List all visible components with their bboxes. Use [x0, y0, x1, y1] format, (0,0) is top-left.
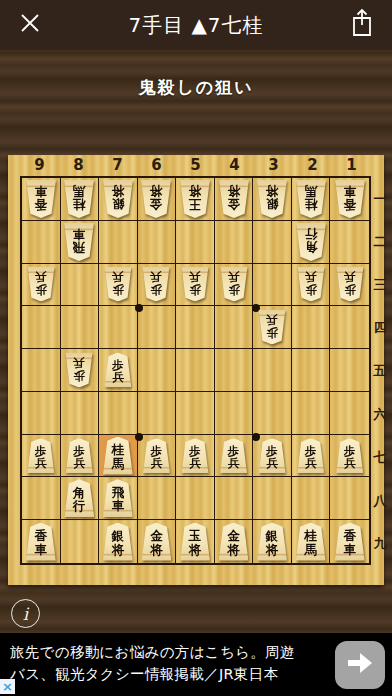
piece-桂馬-81: 桂馬	[64, 180, 95, 218]
square-52	[176, 221, 215, 264]
square-23: 歩兵	[292, 264, 331, 307]
square-65	[138, 349, 177, 392]
piece-kanji: 角行	[72, 486, 87, 513]
rank-label: 五	[373, 362, 387, 380]
square-17: 歩兵	[330, 435, 369, 478]
piece-kanji: 桂馬	[72, 184, 87, 211]
share-icon	[349, 8, 375, 42]
piece-桂馬-29: 桂馬	[295, 523, 326, 561]
square-75: 歩兵	[99, 349, 138, 392]
piece-歩兵-57: 歩兵	[181, 438, 209, 473]
square-39: 銀将	[253, 520, 292, 563]
piece-kanji: 歩兵	[342, 271, 357, 296]
file-label: 8	[59, 155, 98, 176]
rank-label: 三	[373, 276, 387, 294]
square-94	[22, 306, 61, 349]
rank-label: 四	[373, 319, 387, 337]
piece-玉将-59: 玉将	[179, 523, 210, 561]
shogi-grid: 香車桂馬銀将金将王将金将銀将桂馬香車飛車角行歩兵歩兵歩兵歩兵歩兵歩兵歩兵歩兵歩兵…	[20, 176, 371, 565]
square-97: 歩兵	[22, 435, 61, 478]
piece-kanji: 歩兵	[110, 271, 125, 296]
piece-銀将-79: 銀将	[102, 523, 133, 561]
piece-kanji: 香車	[342, 184, 357, 211]
square-57: 歩兵	[176, 435, 215, 478]
piece-kanji: 玉将	[187, 529, 202, 556]
rank-label: 八	[373, 492, 387, 510]
square-45	[215, 349, 254, 392]
square-58	[176, 477, 215, 520]
square-96	[22, 392, 61, 435]
piece-kanji: 歩兵	[265, 314, 280, 339]
piece-歩兵-73: 歩兵	[104, 267, 132, 302]
square-69: 金将	[138, 520, 177, 563]
square-83	[61, 264, 100, 307]
position-caption: 鬼殺しの狙い	[0, 76, 392, 99]
piece-桂馬-21: 桂馬	[295, 180, 326, 218]
piece-歩兵-85: 歩兵	[65, 352, 93, 387]
square-11: 香車	[330, 178, 369, 221]
piece-香車-91: 香車	[25, 180, 56, 218]
piece-kanji: 歩兵	[72, 356, 87, 381]
piece-銀将-71: 銀将	[102, 180, 133, 218]
piece-kanji: 歩兵	[226, 271, 241, 296]
piece-歩兵-43: 歩兵	[220, 267, 248, 302]
square-42	[215, 221, 254, 264]
piece-飛車-78: 飛車	[102, 479, 133, 517]
square-33	[253, 264, 292, 307]
square-27: 歩兵	[292, 435, 331, 478]
piece-歩兵-67: 歩兵	[142, 438, 170, 473]
header-bar: 7手目 ▲7七桂	[0, 0, 392, 50]
rank-label: 九	[373, 535, 387, 553]
piece-歩兵-34: 歩兵	[258, 310, 286, 345]
close-icon	[18, 11, 42, 39]
piece-kanji: 香車	[33, 529, 48, 556]
square-87: 歩兵	[61, 435, 100, 478]
piece-歩兵-27: 歩兵	[297, 438, 325, 473]
square-53: 歩兵	[176, 264, 215, 307]
file-label: 9	[20, 155, 59, 176]
piece-kanji: 金将	[149, 529, 164, 556]
square-38	[253, 477, 292, 520]
square-72	[99, 221, 138, 264]
file-coordinates: 987654321	[20, 155, 371, 176]
piece-歩兵-37: 歩兵	[258, 438, 286, 473]
file-label: 6	[137, 155, 176, 176]
piece-kanji: 飛車	[72, 227, 87, 254]
piece-kanji: 角行	[303, 227, 318, 254]
piece-kanji: 歩兵	[303, 444, 318, 469]
file-label: 4	[215, 155, 254, 176]
star-point	[135, 304, 143, 312]
square-91: 香車	[22, 178, 61, 221]
piece-金将-41: 金将	[218, 180, 249, 218]
square-51: 王将	[176, 178, 215, 221]
piece-角行-22: 角行	[295, 223, 326, 261]
piece-kanji: 香車	[33, 184, 48, 211]
square-92	[22, 221, 61, 264]
piece-kanji: 銀将	[110, 184, 125, 211]
square-31: 銀将	[253, 178, 292, 221]
square-12	[330, 221, 369, 264]
square-79: 銀将	[99, 520, 138, 563]
square-48	[215, 477, 254, 520]
piece-香車-19: 香車	[334, 523, 365, 561]
rank-label: 二	[373, 233, 387, 251]
piece-歩兵-23: 歩兵	[297, 267, 325, 302]
piece-kanji: 金将	[226, 184, 241, 211]
piece-kanji: 歩兵	[110, 358, 125, 383]
square-49: 金将	[215, 520, 254, 563]
square-64	[138, 306, 177, 349]
piece-金将-49: 金将	[218, 523, 249, 561]
piece-kanji: 香車	[342, 529, 357, 556]
piece-kanji: 歩兵	[33, 271, 48, 296]
square-26	[292, 392, 331, 435]
ad-banner[interactable]: 旅先での移動にお悩みの方はこちら。周遊 バス、観光タクシー情報掲載／JR東日本 …	[0, 633, 392, 696]
square-61: 金将	[138, 178, 177, 221]
piece-金将-61: 金将	[141, 180, 172, 218]
piece-kanji: 金将	[149, 184, 164, 211]
square-41: 金将	[215, 178, 254, 221]
piece-kanji: 銀将	[265, 184, 280, 211]
piece-香車-99: 香車	[25, 523, 56, 561]
square-89	[61, 520, 100, 563]
square-14	[330, 306, 369, 349]
square-68	[138, 477, 177, 520]
square-85: 歩兵	[61, 349, 100, 392]
piece-角行-88: 角行	[64, 479, 95, 517]
square-24	[292, 306, 331, 349]
square-36	[253, 392, 292, 435]
piece-kanji: 飛車	[110, 486, 125, 513]
square-32	[253, 221, 292, 264]
arrow-right-icon	[346, 651, 374, 679]
piece-歩兵-13: 歩兵	[336, 267, 364, 302]
square-29: 桂馬	[292, 520, 331, 563]
square-71: 銀将	[99, 178, 138, 221]
square-13: 歩兵	[330, 264, 369, 307]
ad-text-line1: 旅先での移動にお悩みの方はこちら。周遊	[10, 644, 295, 660]
square-63: 歩兵	[138, 264, 177, 307]
square-77: 桂馬	[99, 435, 138, 478]
square-22: 角行	[292, 221, 331, 264]
piece-kanji: 歩兵	[187, 444, 202, 469]
square-82: 飛車	[61, 221, 100, 264]
file-label: 1	[332, 155, 371, 176]
file-label: 7	[98, 155, 137, 176]
piece-桂馬-77: 桂馬	[102, 437, 133, 475]
piece-kanji: 歩兵	[303, 271, 318, 296]
piece-銀将-39: 銀将	[257, 523, 288, 561]
piece-kanji: 歩兵	[342, 444, 357, 469]
piece-歩兵-93: 歩兵	[27, 267, 55, 302]
piece-銀将-31: 銀将	[257, 180, 288, 218]
square-81: 桂馬	[61, 178, 100, 221]
square-74	[99, 306, 138, 349]
piece-香車-11: 香車	[334, 180, 365, 218]
piece-kanji: 銀将	[110, 529, 125, 556]
square-99: 香車	[22, 520, 61, 563]
square-37: 歩兵	[253, 435, 292, 478]
piece-kanji: 歩兵	[72, 444, 87, 469]
square-54	[176, 306, 215, 349]
file-label: 3	[254, 155, 293, 176]
piece-歩兵-97: 歩兵	[27, 438, 55, 473]
ad-arrow-button[interactable]	[335, 641, 385, 689]
square-62	[138, 221, 177, 264]
square-86	[61, 392, 100, 435]
square-67: 歩兵	[138, 435, 177, 478]
square-78: 飛車	[99, 477, 138, 520]
piece-王将-51: 王将	[179, 180, 210, 218]
square-44	[215, 306, 254, 349]
info-button[interactable]: i	[11, 599, 40, 628]
square-93: 歩兵	[22, 264, 61, 307]
file-label: 5	[176, 155, 215, 176]
rank-label: 一	[373, 190, 387, 208]
piece-飛車-82: 飛車	[64, 223, 95, 261]
square-21: 桂馬	[292, 178, 331, 221]
piece-歩兵-63: 歩兵	[142, 267, 170, 302]
rank-label: 七	[373, 449, 387, 467]
rank-label: 六	[373, 406, 387, 424]
square-84	[61, 306, 100, 349]
ad-text-line2: バス、観光タクシー情報掲載／JR東日本	[10, 666, 278, 682]
close-button[interactable]	[0, 0, 60, 50]
piece-金将-69: 金将	[141, 523, 172, 561]
piece-kanji: 金将	[226, 529, 241, 556]
file-label: 2	[293, 155, 332, 176]
square-28	[292, 477, 331, 520]
square-66	[138, 392, 177, 435]
piece-歩兵-17: 歩兵	[336, 438, 364, 473]
piece-kanji: 歩兵	[149, 271, 164, 296]
piece-kanji: 歩兵	[33, 444, 48, 469]
app-screen: 7手目 ▲7七桂 鬼殺しの狙い 987654321 香車桂馬銀将金将王将金将銀将…	[0, 0, 392, 696]
square-47: 歩兵	[215, 435, 254, 478]
piece-kanji: 王将	[187, 184, 202, 211]
piece-歩兵-47: 歩兵	[220, 438, 248, 473]
square-35	[253, 349, 292, 392]
square-73: 歩兵	[99, 264, 138, 307]
square-19: 香車	[330, 520, 369, 563]
piece-kanji: 歩兵	[187, 271, 202, 296]
ad-text: 旅先での移動にお悩みの方はこちら。周遊 バス、観光タクシー情報掲載／JR東日本	[10, 641, 330, 685]
square-95	[22, 349, 61, 392]
square-98	[22, 477, 61, 520]
square-88: 角行	[61, 477, 100, 520]
square-34: 歩兵	[253, 306, 292, 349]
piece-kanji: 歩兵	[149, 444, 164, 469]
piece-kanji: 桂馬	[303, 184, 318, 211]
square-43: 歩兵	[215, 264, 254, 307]
ad-close-button[interactable]: ×	[0, 679, 15, 694]
piece-kanji: 銀将	[265, 529, 280, 556]
share-button[interactable]	[332, 0, 392, 50]
square-56	[176, 392, 215, 435]
piece-歩兵-53: 歩兵	[181, 267, 209, 302]
shogi-board: 987654321 香車桂馬銀将金将王将金将銀将桂馬香車飛車角行歩兵歩兵歩兵歩兵…	[8, 155, 384, 585]
piece-kanji: 桂馬	[303, 529, 318, 556]
square-46	[215, 392, 254, 435]
square-59: 玉将	[176, 520, 215, 563]
piece-歩兵-75: 歩兵	[104, 352, 132, 387]
square-15	[330, 349, 369, 392]
piece-kanji: 桂馬	[110, 443, 125, 470]
piece-kanji: 歩兵	[226, 444, 241, 469]
square-16	[330, 392, 369, 435]
piece-kanji: 歩兵	[265, 444, 280, 469]
square-25	[292, 349, 331, 392]
square-55	[176, 349, 215, 392]
square-76	[99, 392, 138, 435]
square-18	[330, 477, 369, 520]
piece-歩兵-87: 歩兵	[65, 438, 93, 473]
